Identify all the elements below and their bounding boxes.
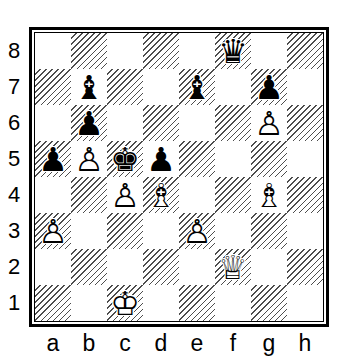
square-h3[interactable] [287,213,323,249]
piece-white-pawn: ♟♙ [71,141,107,177]
square-b8[interactable] [71,33,107,69]
square-d8[interactable] [143,33,179,69]
piece-outline-layer: ♙ [71,141,107,177]
piece-glyph: ♚ [107,141,143,177]
rank-labels: 87654321 [2,33,26,321]
square-d2[interactable] [143,249,179,285]
square-f4[interactable] [215,177,251,213]
square-g5[interactable] [251,141,287,177]
square-f8[interactable]: ♛ [215,33,251,69]
square-a2[interactable] [35,249,71,285]
square-b6[interactable]: ♟ [71,105,107,141]
rank-label-6: 6 [2,105,26,141]
square-h4[interactable] [287,177,323,213]
piece-glyph: ♛ [215,33,251,69]
square-g3[interactable] [251,213,287,249]
square-c6[interactable] [107,105,143,141]
square-a4[interactable] [35,177,71,213]
piece-black-bishop: ♝ [179,69,215,105]
square-g7[interactable]: ♟ [251,69,287,105]
rank-label-3: 3 [2,213,26,249]
square-h1[interactable] [287,285,323,321]
square-f1[interactable] [215,285,251,321]
file-label-d: d [143,329,179,357]
file-label-a: a [35,329,71,357]
square-e4[interactable] [179,177,215,213]
file-label-e: e [179,329,215,357]
square-g4[interactable]: ♝♗ [251,177,287,213]
square-a1[interactable] [35,285,71,321]
square-c7[interactable] [107,69,143,105]
piece-black-pawn: ♟ [143,141,179,177]
square-h6[interactable] [287,105,323,141]
square-g2[interactable] [251,249,287,285]
square-d1[interactable] [143,285,179,321]
rank-label-5: 5 [2,141,26,177]
file-label-b: b [71,329,107,357]
piece-white-pawn: ♟♙ [251,105,287,141]
square-g6[interactable]: ♟♙ [251,105,287,141]
square-h7[interactable] [287,69,323,105]
square-e3[interactable]: ♟♙ [179,213,215,249]
piece-fill-layer: ♟ [107,177,143,213]
square-e1[interactable] [179,285,215,321]
square-g1[interactable] [251,285,287,321]
piece-white-bishop: ♝♗ [251,177,287,213]
piece-glyph: ♟ [71,105,107,141]
piece-fill-layer: ♟ [35,213,71,249]
file-label-g: g [251,329,287,357]
piece-white-bishop: ♝♗ [143,177,179,213]
piece-white-queen: ♛♕ [215,249,251,285]
square-c3[interactable] [107,213,143,249]
square-b1[interactable] [71,285,107,321]
square-f5[interactable] [215,141,251,177]
piece-outline-layer: ♙ [251,105,287,141]
piece-fill-layer: ♟ [71,141,107,177]
square-b7[interactable]: ♝ [71,69,107,105]
piece-glyph: ♟ [143,141,179,177]
square-c5[interactable]: ♚ [107,141,143,177]
square-d5[interactable]: ♟ [143,141,179,177]
piece-glyph: ♝ [179,69,215,105]
square-f6[interactable] [215,105,251,141]
square-b4[interactable] [71,177,107,213]
square-h5[interactable] [287,141,323,177]
piece-glyph: ♝ [71,69,107,105]
rank-label-8: 8 [2,33,26,69]
piece-fill-layer: ♚ [107,285,143,321]
piece-white-king: ♚♔ [107,285,143,321]
rank-label-7: 7 [2,69,26,105]
piece-white-pawn: ♟♙ [35,213,71,249]
piece-glyph: ♟ [35,141,71,177]
square-h2[interactable] [287,249,323,285]
piece-black-pawn: ♟ [71,105,107,141]
chess-board: ♛♝♝♟♟♟♙♟♟♙♚♟♟♙♝♗♝♗♟♙♟♙♛♕♚♔ [35,33,323,321]
square-a3[interactable]: ♟♙ [35,213,71,249]
square-c2[interactable] [107,249,143,285]
square-b5[interactable]: ♟♙ [71,141,107,177]
piece-outline-layer: ♙ [35,213,71,249]
square-e8[interactable] [179,33,215,69]
square-c8[interactable] [107,33,143,69]
board-inner-border: ♛♝♝♟♟♟♙♟♟♙♚♟♟♙♝♗♝♗♟♙♟♙♛♕♚♔ [34,32,324,322]
piece-glyph: ♟ [251,69,287,105]
square-c4[interactable]: ♟♙ [107,177,143,213]
piece-black-pawn: ♟ [35,141,71,177]
square-e5[interactable] [179,141,215,177]
chess-diagram: 87654321 ♛♝♝♟♟♟♙♟♟♙♚♟♟♙♝♗♝♗♟♙♟♙♛♕♚♔ abcd… [0,0,360,360]
square-g8[interactable] [251,33,287,69]
file-label-h: h [287,329,323,357]
rank-label-4: 4 [2,177,26,213]
piece-black-bishop: ♝ [71,69,107,105]
piece-fill-layer: ♟ [179,213,215,249]
file-label-c: c [107,329,143,357]
square-a7[interactable] [35,69,71,105]
piece-black-pawn: ♟ [251,69,287,105]
square-a5[interactable]: ♟ [35,141,71,177]
square-d6[interactable] [143,105,179,141]
piece-outline-layer: ♔ [107,285,143,321]
piece-fill-layer: ♛ [215,249,251,285]
piece-outline-layer: ♗ [251,177,287,213]
square-e2[interactable] [179,249,215,285]
square-d4[interactable]: ♝♗ [143,177,179,213]
square-e6[interactable] [179,105,215,141]
square-a6[interactable] [35,105,71,141]
piece-outline-layer: ♙ [107,177,143,213]
piece-fill-layer: ♟ [251,105,287,141]
square-c1[interactable]: ♚♔ [107,285,143,321]
square-b2[interactable] [71,249,107,285]
piece-outline-layer: ♕ [215,249,251,285]
rank-label-1: 1 [2,285,26,321]
square-f7[interactable] [215,69,251,105]
piece-outline-layer: ♙ [179,213,215,249]
square-e7[interactable]: ♝ [179,69,215,105]
file-label-f: f [215,329,251,357]
board-frame: ♛♝♝♟♟♟♙♟♟♙♚♟♟♙♝♗♝♗♟♙♟♙♛♕♚♔ [29,27,329,327]
piece-outline-layer: ♗ [143,177,179,213]
square-d3[interactable] [143,213,179,249]
square-d7[interactable] [143,69,179,105]
square-f2[interactable]: ♛♕ [215,249,251,285]
square-a8[interactable] [35,33,71,69]
file-labels: abcdefgh [35,329,323,357]
piece-black-king: ♚ [107,141,143,177]
rank-label-2: 2 [2,249,26,285]
piece-black-queen: ♛ [215,33,251,69]
piece-white-pawn: ♟♙ [107,177,143,213]
piece-fill-layer: ♝ [251,177,287,213]
square-h8[interactable] [287,33,323,69]
piece-fill-layer: ♝ [143,177,179,213]
square-b3[interactable] [71,213,107,249]
piece-white-pawn: ♟♙ [179,213,215,249]
square-f3[interactable] [215,213,251,249]
